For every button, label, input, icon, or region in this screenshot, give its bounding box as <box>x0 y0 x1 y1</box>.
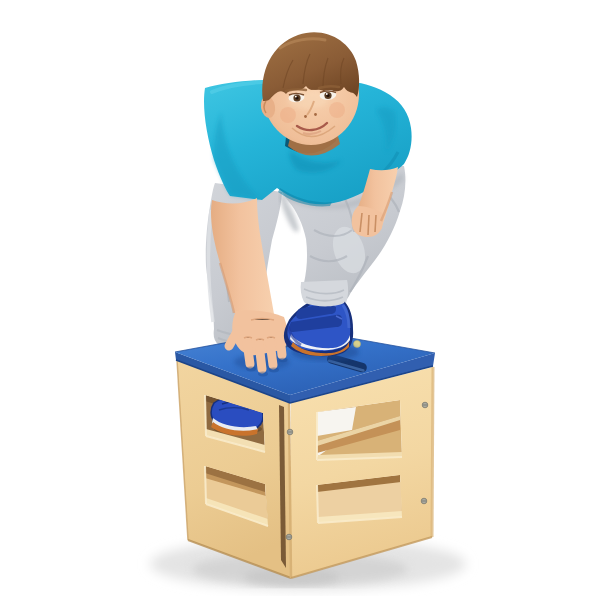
right-face-edge <box>432 367 433 537</box>
step-box <box>175 329 435 578</box>
top-plug-dot <box>354 341 361 348</box>
screw <box>422 402 428 408</box>
screw <box>286 534 292 540</box>
screw <box>421 498 427 504</box>
product-photo-canvas <box>0 0 600 600</box>
product-photo <box>0 0 600 600</box>
screw <box>287 429 293 435</box>
